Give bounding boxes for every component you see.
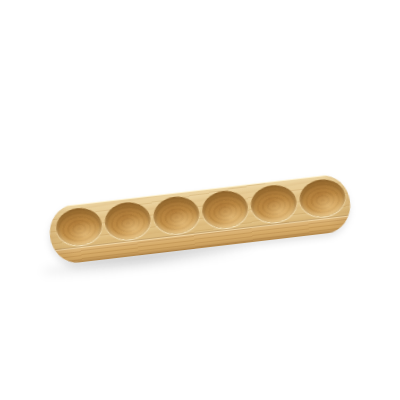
pit-1[interactable] <box>54 205 104 247</box>
pit-cell-3 <box>149 192 202 237</box>
pit-cell-5 <box>247 181 300 226</box>
pit-3[interactable] <box>151 194 201 236</box>
product-photo-background <box>0 0 400 400</box>
pit-2[interactable] <box>102 199 152 241</box>
pit-cell-4 <box>198 186 251 231</box>
pit-4[interactable] <box>200 188 250 230</box>
pit-5[interactable] <box>248 182 298 224</box>
pit-6[interactable] <box>297 177 347 219</box>
pit-cell-2 <box>101 198 154 243</box>
pit-cell-6 <box>295 175 348 220</box>
pit-cell-1 <box>52 204 105 249</box>
